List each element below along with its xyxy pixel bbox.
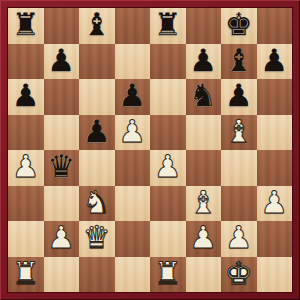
square-g8[interactable]: ♚: [221, 8, 257, 44]
square-c3[interactable]: ♞: [79, 186, 115, 222]
square-b7[interactable]: ♟: [44, 44, 80, 80]
square-a4[interactable]: ♟: [8, 150, 44, 186]
square-d7[interactable]: [115, 44, 151, 80]
square-a3[interactable]: [8, 186, 44, 222]
square-g5[interactable]: ♝: [221, 115, 257, 151]
piece-white-knight[interactable]: ♞: [83, 186, 111, 220]
square-e8[interactable]: ♜: [150, 8, 186, 44]
square-b3[interactable]: [44, 186, 80, 222]
square-h1[interactable]: [257, 257, 293, 293]
piece-black-pawn[interactable]: ♟: [47, 44, 75, 78]
piece-white-bishop[interactable]: ♝: [225, 115, 253, 149]
square-g3[interactable]: [221, 186, 257, 222]
piece-black-pawn[interactable]: ♟: [118, 79, 146, 113]
square-d8[interactable]: [115, 8, 151, 44]
square-h3[interactable]: ♟: [257, 186, 293, 222]
piece-white-rook[interactable]: ♜: [12, 257, 40, 291]
square-b1[interactable]: [44, 257, 80, 293]
square-b5[interactable]: [44, 115, 80, 151]
square-f1[interactable]: [186, 257, 222, 293]
square-g2[interactable]: ♟: [221, 221, 257, 257]
square-c5[interactable]: ♟: [79, 115, 115, 151]
square-g4[interactable]: [221, 150, 257, 186]
square-e4[interactable]: ♟: [150, 150, 186, 186]
square-e6[interactable]: [150, 79, 186, 115]
chess-board: ♜♝♜♚♟♟♝♟♟♟♞♟♟♟♝♟♛♟♞♝♟♟♛♟♟♜♜♚: [8, 8, 292, 292]
square-f8[interactable]: [186, 8, 222, 44]
square-h4[interactable]: [257, 150, 293, 186]
square-b2[interactable]: ♟: [44, 221, 80, 257]
square-e1[interactable]: ♜: [150, 257, 186, 293]
square-b4[interactable]: ♛: [44, 150, 80, 186]
square-b8[interactable]: [44, 8, 80, 44]
piece-white-king[interactable]: ♚: [225, 257, 253, 291]
square-a2[interactable]: [8, 221, 44, 257]
square-f5[interactable]: [186, 115, 222, 151]
square-h7[interactable]: ♟: [257, 44, 293, 80]
square-d6[interactable]: ♟: [115, 79, 151, 115]
square-g7[interactable]: ♝: [221, 44, 257, 80]
piece-white-pawn[interactable]: ♟: [47, 221, 75, 255]
piece-black-pawn[interactable]: ♟: [83, 115, 111, 149]
square-a1[interactable]: ♜: [8, 257, 44, 293]
piece-black-bishop[interactable]: ♝: [83, 8, 111, 42]
square-f7[interactable]: ♟: [186, 44, 222, 80]
piece-black-rook[interactable]: ♜: [12, 8, 40, 42]
square-f3[interactable]: ♝: [186, 186, 222, 222]
piece-white-pawn[interactable]: ♟: [189, 221, 217, 255]
square-a5[interactable]: [8, 115, 44, 151]
square-a6[interactable]: ♟: [8, 79, 44, 115]
square-h6[interactable]: [257, 79, 293, 115]
square-f4[interactable]: [186, 150, 222, 186]
square-h2[interactable]: [257, 221, 293, 257]
square-d2[interactable]: [115, 221, 151, 257]
square-c7[interactable]: [79, 44, 115, 80]
square-h8[interactable]: [257, 8, 293, 44]
piece-white-pawn[interactable]: ♟: [225, 221, 253, 255]
piece-black-queen[interactable]: ♛: [47, 150, 75, 184]
piece-white-pawn[interactable]: ♟: [12, 150, 40, 184]
square-b6[interactable]: [44, 79, 80, 115]
square-g6[interactable]: ♟: [221, 79, 257, 115]
square-c4[interactable]: [79, 150, 115, 186]
piece-white-pawn[interactable]: ♟: [260, 186, 288, 220]
square-c6[interactable]: [79, 79, 115, 115]
piece-white-pawn[interactable]: ♟: [154, 150, 182, 184]
square-a8[interactable]: ♜: [8, 8, 44, 44]
square-c2[interactable]: ♛: [79, 221, 115, 257]
piece-black-pawn[interactable]: ♟: [189, 44, 217, 78]
piece-white-pawn[interactable]: ♟: [118, 115, 146, 149]
piece-white-rook[interactable]: ♜: [154, 257, 182, 291]
piece-black-knight[interactable]: ♞: [189, 79, 217, 113]
square-h5[interactable]: [257, 115, 293, 151]
piece-white-bishop[interactable]: ♝: [189, 186, 217, 220]
piece-black-pawn[interactable]: ♟: [260, 44, 288, 78]
piece-black-pawn[interactable]: ♟: [225, 79, 253, 113]
square-e7[interactable]: [150, 44, 186, 80]
square-c1[interactable]: [79, 257, 115, 293]
square-d4[interactable]: [115, 150, 151, 186]
square-f6[interactable]: ♞: [186, 79, 222, 115]
square-g1[interactable]: ♚: [221, 257, 257, 293]
square-c8[interactable]: ♝: [79, 8, 115, 44]
piece-black-king[interactable]: ♚: [225, 8, 253, 42]
piece-black-rook[interactable]: ♜: [154, 8, 182, 42]
square-d5[interactable]: ♟: [115, 115, 151, 151]
square-e3[interactable]: [150, 186, 186, 222]
square-e2[interactable]: [150, 221, 186, 257]
square-d1[interactable]: [115, 257, 151, 293]
piece-white-queen[interactable]: ♛: [83, 221, 111, 255]
board-frame: ♜♝♜♚♟♟♝♟♟♟♞♟♟♟♝♟♛♟♞♝♟♟♛♟♟♜♜♚: [0, 0, 300, 300]
square-e5[interactable]: [150, 115, 186, 151]
piece-black-pawn[interactable]: ♟: [12, 79, 40, 113]
square-a7[interactable]: [8, 44, 44, 80]
piece-black-bishop[interactable]: ♝: [225, 44, 253, 78]
square-f2[interactable]: ♟: [186, 221, 222, 257]
square-d3[interactable]: [115, 186, 151, 222]
